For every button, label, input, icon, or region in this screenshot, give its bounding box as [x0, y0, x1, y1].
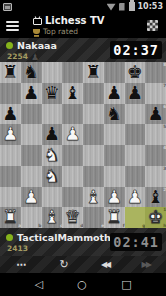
square-f2[interactable]: ♟	[104, 187, 125, 208]
square-b6[interactable]	[21, 104, 42, 125]
player-rating-bottom: 2413	[7, 245, 28, 253]
square-c2[interactable]	[42, 187, 63, 208]
coordinate-rank-3: 3	[163, 166, 166, 170]
piece-black-knight: ♞	[21, 62, 42, 83]
square-c1[interactable]: ♝c	[42, 207, 63, 228]
menu-icon[interactable]	[6, 21, 19, 31]
trophy-icon	[33, 29, 40, 34]
square-a6[interactable]: ♟	[0, 104, 21, 125]
player-bar-top: Nakaaa 2254 ♟ 02:37	[0, 38, 166, 62]
chess-board[interactable]: ♜♞♜♚8♟♛♝♟♟7♟♞♟6♟♟♟5♞4♞3♟♝♟♟♝2♜ab♝c♛de♜fg…	[0, 62, 166, 228]
square-f7[interactable]: ♟	[104, 83, 125, 104]
square-f4[interactable]	[104, 145, 125, 166]
online-dot	[6, 42, 13, 49]
piece-black-rook: ♜	[0, 62, 21, 83]
square-g4[interactable]	[125, 145, 146, 166]
screenshot-notification-icon	[3, 3, 12, 11]
piece-white-pawn: ♟	[125, 187, 146, 208]
wifi-icon	[107, 3, 116, 11]
square-g7[interactable]: ♟	[125, 83, 146, 104]
square-a7[interactable]	[0, 83, 21, 104]
square-c7[interactable]: ♛	[42, 83, 63, 104]
battery-icon	[129, 2, 135, 11]
square-h7[interactable]: 7	[145, 83, 166, 104]
coordinate-rank-6: 6	[163, 104, 166, 108]
tv-icon	[33, 18, 42, 25]
app-bar: Lichess TV Top rated	[0, 13, 166, 38]
piece-black-queen: ♛	[42, 83, 63, 104]
piece-black-pawn: ♟	[42, 124, 63, 145]
lichess-tv-screen: 10:53 Lichess TV Top rated Nakaaa 2254 ♟…	[0, 0, 166, 296]
page-title: Lichess TV	[45, 16, 105, 26]
square-a5[interactable]: ♟	[0, 124, 21, 145]
square-a4[interactable]	[0, 145, 21, 166]
piece-black-rook: ♜	[83, 62, 104, 83]
clock-top: 02:37	[110, 41, 162, 59]
piece-white-pawn: ♟	[104, 187, 125, 208]
square-g8[interactable]: ♚	[125, 62, 146, 83]
square-b2[interactable]: ♟	[21, 187, 42, 208]
square-e2[interactable]: ♝	[83, 187, 104, 208]
square-e6[interactable]	[83, 104, 104, 125]
status-time: 10:53	[138, 2, 163, 11]
player-name-bottom[interactable]: TacticalMammoth	[17, 233, 111, 243]
square-f3[interactable]	[104, 166, 125, 187]
square-g2[interactable]: ♟	[125, 187, 146, 208]
square-d7[interactable]: ♝	[62, 83, 83, 104]
square-e4[interactable]	[83, 145, 104, 166]
coordinate-rank-5: 5	[163, 124, 166, 128]
square-d1[interactable]: ♛d	[62, 207, 83, 228]
square-b7[interactable]: ♟	[21, 83, 42, 104]
square-b3[interactable]	[21, 166, 42, 187]
clock-bottom: 02:41	[110, 233, 162, 251]
piece-black-pawn: ♟	[0, 104, 21, 125]
piece-white-pawn: ♟	[0, 124, 21, 145]
square-b5[interactable]	[21, 124, 42, 145]
square-e3[interactable]	[83, 166, 104, 187]
action-bar: ⋯ ↻ ◀◀ ▶▶	[0, 256, 166, 273]
coordinate-rank-7: 7	[163, 83, 166, 87]
square-c5[interactable]: ♟	[42, 124, 63, 145]
piece-black-knight: ♞	[104, 104, 125, 125]
piece-black-king: ♚	[125, 62, 146, 83]
square-g5[interactable]	[125, 124, 146, 145]
square-h6[interactable]: ♟6	[145, 104, 166, 125]
square-d3[interactable]	[62, 166, 83, 187]
piece-black-bishop: ♝	[62, 83, 83, 104]
android-nav-bar: ◁ ○ □	[0, 273, 166, 296]
square-d2[interactable]	[62, 187, 83, 208]
coordinate-rank-8: 8	[163, 62, 166, 66]
square-e8[interactable]: ♜	[83, 62, 104, 83]
square-h3[interactable]: 3	[145, 166, 166, 187]
no-sim-icon	[119, 3, 125, 11]
square-h8[interactable]: 8	[145, 62, 166, 83]
square-h1[interactable]: ♚1h	[145, 207, 166, 228]
square-b8[interactable]: ♞	[21, 62, 42, 83]
piece-white-bishop: ♝	[83, 187, 104, 208]
square-h5[interactable]: 5	[145, 124, 166, 145]
square-c6[interactable]	[42, 104, 63, 125]
status-bar: 10:53	[0, 0, 166, 13]
more-options-icon[interactable]: ⋯	[16, 260, 27, 270]
square-b1[interactable]: b	[21, 207, 42, 228]
square-f8[interactable]	[104, 62, 125, 83]
square-e7[interactable]	[83, 83, 104, 104]
square-g6[interactable]	[125, 104, 146, 125]
coordinate-rank-1: 1	[163, 207, 166, 211]
piece-white-rook: ♜	[104, 207, 125, 228]
title-block: Lichess TV Top rated	[33, 16, 105, 36]
square-f5[interactable]	[104, 124, 125, 145]
square-a2[interactable]	[0, 187, 21, 208]
player-name-top[interactable]: Nakaaa	[17, 41, 57, 51]
piece-black-pawn: ♟	[125, 83, 146, 104]
square-d4[interactable]	[62, 145, 83, 166]
coordinate-rank-2: 2	[163, 187, 166, 191]
square-c3[interactable]: ♞	[42, 166, 63, 187]
piece-white-pawn: ♟	[21, 187, 42, 208]
board-theme-icon[interactable]	[147, 20, 158, 31]
forward-icon[interactable]: ▶▶	[142, 261, 150, 269]
square-d8[interactable]	[62, 62, 83, 83]
square-b4[interactable]	[21, 145, 42, 166]
flip-refresh-icon[interactable]: ↻	[59, 259, 68, 270]
square-d5[interactable]: ♟	[62, 124, 83, 145]
square-f6[interactable]: ♞	[104, 104, 125, 125]
back-icon[interactable]: ◁	[34, 279, 42, 290]
square-d6[interactable]	[62, 104, 83, 125]
coordinate-rank-4: 4	[163, 145, 166, 149]
piece-white-knight: ♞	[42, 166, 63, 187]
channel-label[interactable]: Top rated	[43, 28, 78, 36]
square-a3[interactable]	[0, 166, 21, 187]
square-a8[interactable]: ♜	[0, 62, 21, 83]
square-e5[interactable]	[83, 124, 104, 145]
square-g3[interactable]	[125, 166, 146, 187]
square-c8[interactable]	[42, 62, 63, 83]
player-rating-top: 2254	[7, 53, 28, 61]
square-e1[interactable]: e	[83, 207, 104, 228]
player-bar-bottom: TacticalMammoth 2413 02:41	[0, 228, 166, 256]
online-dot	[6, 234, 13, 241]
home-icon[interactable]: ○	[77, 279, 87, 290]
square-f1[interactable]: ♜f	[104, 207, 125, 228]
square-g1[interactable]: g	[125, 207, 146, 228]
square-h4[interactable]: 4	[145, 145, 166, 166]
piece-black-pawn: ♟	[104, 83, 125, 104]
square-h2[interactable]: ♝2	[145, 187, 166, 208]
piece-black-pawn: ♟	[21, 83, 42, 104]
recents-icon[interactable]: □	[121, 279, 131, 290]
rewind-icon[interactable]: ◀◀	[101, 261, 109, 269]
square-c4[interactable]: ♞	[42, 145, 63, 166]
piece-white-knight: ♞	[42, 145, 63, 166]
square-a1[interactable]: ♜a	[0, 207, 21, 228]
piece-white-pawn: ♟	[62, 124, 83, 145]
